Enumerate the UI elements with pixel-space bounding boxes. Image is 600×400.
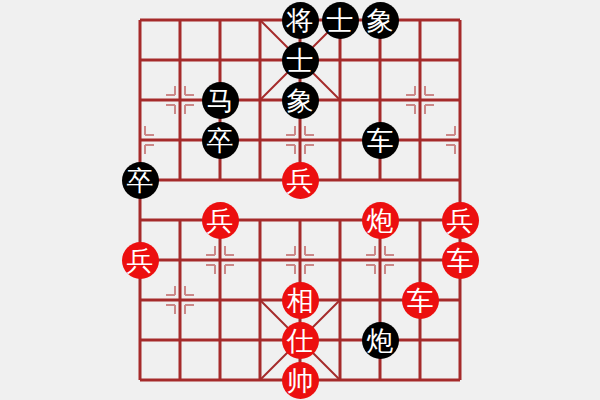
piece-red-soldier-4[interactable]: 兵: [122, 242, 159, 279]
piece-red-soldier-3[interactable]: 兵: [442, 202, 479, 239]
piece-black-advisor-1[interactable]: 士: [322, 2, 359, 39]
piece-red-chariot-2[interactable]: 车: [402, 282, 439, 319]
piece-black-horse[interactable]: 马: [202, 82, 239, 119]
xiangqi-screen: 将士象士马象卒车卒炮兵兵炮兵兵车相车仕帅: [0, 0, 600, 400]
piece-red-advisor[interactable]: 仕: [282, 322, 319, 359]
piece-red-soldier-2[interactable]: 兵: [202, 202, 239, 239]
piece-black-general[interactable]: 将: [282, 2, 319, 39]
piece-black-advisor-2[interactable]: 士: [282, 42, 319, 79]
piece-red-soldier-1[interactable]: 兵: [282, 162, 319, 199]
piece-black-elephant-2[interactable]: 象: [282, 82, 319, 119]
xiangqi-board[interactable]: 将士象士马象卒车卒炮兵兵炮兵兵车相车仕帅: [120, 0, 480, 400]
piece-black-elephant-1[interactable]: 象: [362, 2, 399, 39]
piece-red-elephant[interactable]: 相: [282, 282, 319, 319]
piece-black-cannon[interactable]: 炮: [362, 322, 399, 359]
piece-black-soldier-2[interactable]: 卒: [122, 162, 159, 199]
piece-black-chariot[interactable]: 车: [362, 122, 399, 159]
piece-black-soldier-1[interactable]: 卒: [202, 122, 239, 159]
piece-red-general[interactable]: 帅: [282, 362, 319, 399]
piece-red-chariot-1[interactable]: 车: [442, 242, 479, 279]
piece-red-cannon[interactable]: 炮: [362, 202, 399, 239]
